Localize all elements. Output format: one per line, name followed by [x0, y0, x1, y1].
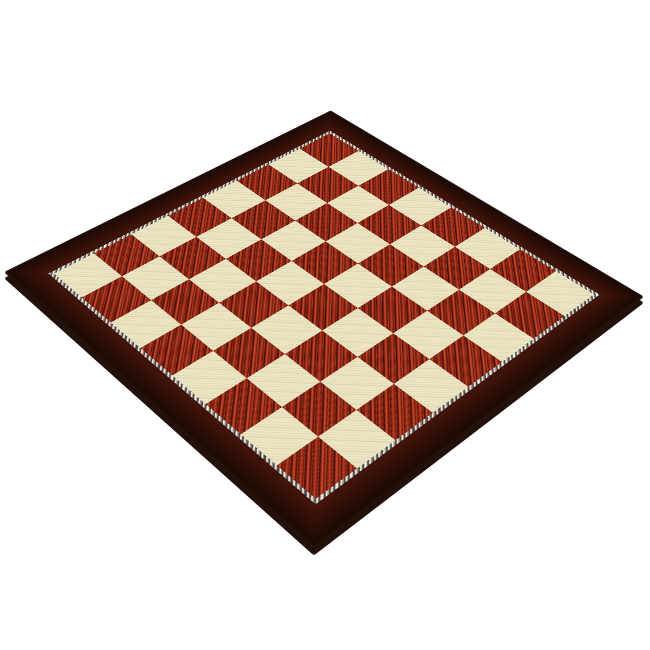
- playing-field: [54, 133, 594, 498]
- chess-board: [5, 111, 644, 549]
- product-photo-canvas: [0, 0, 650, 650]
- board-shadow-stage: [0, 0, 650, 650]
